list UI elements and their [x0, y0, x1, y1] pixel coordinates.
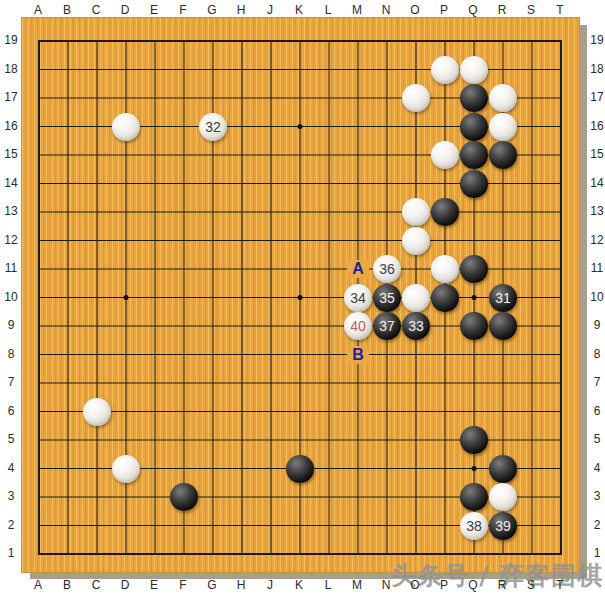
coord-left-11: 11	[5, 261, 17, 275]
coord-bottom-k: K	[295, 578, 303, 592]
coord-left-2: 2	[8, 518, 15, 532]
stone-q3-black	[460, 483, 488, 511]
stone-r4-black	[489, 455, 517, 483]
coord-right-16: 16	[590, 119, 603, 133]
move-number-39: 39	[495, 519, 511, 533]
coord-left-10: 10	[4, 290, 17, 304]
stone-q11-black	[460, 255, 488, 283]
star-point	[298, 295, 303, 300]
move-number-34: 34	[350, 291, 366, 305]
coord-left-18: 18	[4, 62, 17, 76]
coord-top-f: F	[179, 3, 186, 17]
stone-f3-black	[170, 483, 198, 511]
coord-bottom-a: A	[34, 578, 42, 592]
coord-right-9: 9	[594, 318, 601, 332]
coord-right-5: 5	[594, 432, 601, 446]
coord-left-9: 9	[8, 318, 15, 332]
stone-r2-black: 39	[489, 512, 517, 540]
coord-right-2: 2	[594, 518, 601, 532]
coord-right-19: 19	[590, 33, 603, 47]
stone-o12-white	[402, 227, 430, 255]
coord-right-18: 18	[590, 62, 603, 76]
coord-right-11: 11	[591, 261, 603, 275]
coord-top-m: M	[352, 3, 362, 17]
coord-bottom-h: H	[237, 578, 246, 592]
coord-top-b: B	[63, 3, 71, 17]
coord-left-12: 12	[4, 233, 17, 247]
coord-bottom-s: S	[527, 578, 535, 592]
coord-bottom-l: L	[325, 578, 332, 592]
coord-left-1: 1	[8, 546, 15, 560]
point-label-a: A	[347, 260, 369, 278]
stone-p15-white	[431, 141, 459, 169]
point-label-b: B	[347, 346, 369, 364]
move-number-32: 32	[205, 120, 221, 134]
coord-bottom-n: N	[382, 578, 391, 592]
coord-bottom-o: O	[410, 578, 419, 592]
coord-top-c: C	[92, 3, 101, 17]
coord-bottom-b: B	[63, 578, 71, 592]
stone-q15-black	[460, 141, 488, 169]
coord-bottom-g: G	[207, 578, 216, 592]
stone-r10-black: 31	[489, 284, 517, 312]
stone-q18-white	[460, 56, 488, 84]
coord-top-g: G	[207, 3, 216, 17]
coord-left-19: 19	[4, 33, 17, 47]
stone-r9-black	[489, 312, 517, 340]
coord-right-13: 13	[590, 204, 603, 218]
coord-left-4: 4	[8, 461, 15, 475]
coord-right-15: 15	[590, 147, 603, 161]
go-board: 32363435314037333839AB	[21, 17, 580, 573]
coord-bottom-e: E	[150, 578, 158, 592]
coord-right-8: 8	[594, 347, 601, 361]
stone-p11-white	[431, 255, 459, 283]
star-point	[124, 295, 129, 300]
coord-top-q: Q	[468, 3, 477, 17]
coord-top-a: A	[34, 3, 42, 17]
stone-p10-black	[431, 284, 459, 312]
stone-g16-white: 32	[199, 113, 227, 141]
stone-q17-black	[460, 84, 488, 112]
stone-r17-white	[489, 84, 517, 112]
coord-top-d: D	[121, 3, 130, 17]
coord-right-3: 3	[594, 489, 601, 503]
coord-left-5: 5	[8, 432, 15, 446]
coord-bottom-t: T	[556, 578, 563, 592]
coord-bottom-c: C	[92, 578, 101, 592]
stone-o13-white	[402, 198, 430, 226]
coord-left-14: 14	[4, 176, 17, 190]
coord-right-14: 14	[590, 176, 603, 190]
stone-d16-white	[112, 113, 140, 141]
stone-r16-white	[489, 113, 517, 141]
coord-bottom-d: D	[121, 578, 130, 592]
coord-left-16: 16	[4, 119, 17, 133]
coord-bottom-q: Q	[468, 578, 477, 592]
stone-n11-white: 36	[373, 255, 401, 283]
coord-top-e: E	[150, 3, 158, 17]
stone-q14-black	[460, 170, 488, 198]
stone-q16-black	[460, 113, 488, 141]
coord-top-o: O	[410, 3, 419, 17]
stone-c6-white	[83, 398, 111, 426]
coord-right-1: 1	[594, 546, 601, 560]
coord-left-8: 8	[8, 347, 15, 361]
coord-top-k: K	[295, 3, 303, 17]
stone-k4-black	[286, 455, 314, 483]
move-number-38: 38	[466, 519, 482, 533]
stone-n10-black: 35	[373, 284, 401, 312]
coord-top-l: L	[325, 3, 332, 17]
move-number-33: 33	[408, 319, 424, 333]
coord-left-3: 3	[8, 489, 15, 503]
coord-right-6: 6	[594, 404, 601, 418]
coord-top-n: N	[382, 3, 391, 17]
stone-q5-black	[460, 426, 488, 454]
coord-bottom-f: F	[179, 578, 186, 592]
coord-top-p: P	[440, 3, 448, 17]
coord-right-4: 4	[594, 461, 601, 475]
coord-left-17: 17	[4, 90, 17, 104]
coord-right-7: 7	[594, 375, 601, 389]
star-point	[472, 295, 477, 300]
star-point	[298, 124, 303, 129]
move-number-37: 37	[379, 319, 395, 333]
star-point	[472, 466, 477, 471]
stone-d4-white	[112, 455, 140, 483]
coord-top-j: J	[267, 3, 273, 17]
coord-left-6: 6	[8, 404, 15, 418]
coord-left-15: 15	[4, 147, 17, 161]
stone-o17-white	[402, 84, 430, 112]
stone-q2-white: 38	[460, 512, 488, 540]
coord-top-r: R	[498, 3, 507, 17]
go-diagram: 32363435314037333839AB 头条号 / 弈客围棋 AABBCC…	[0, 0, 605, 596]
coord-top-s: S	[527, 3, 535, 17]
stone-q9-black	[460, 312, 488, 340]
coord-left-13: 13	[4, 204, 17, 218]
stone-n9-black: 37	[373, 312, 401, 340]
stone-m9-white: 40	[344, 312, 372, 340]
move-number-36: 36	[379, 262, 395, 276]
coord-right-12: 12	[590, 233, 603, 247]
coord-bottom-p: P	[440, 578, 448, 592]
coord-left-7: 7	[8, 375, 15, 389]
stone-o10-white	[402, 284, 430, 312]
coord-right-10: 10	[590, 290, 603, 304]
stone-m10-white: 34	[344, 284, 372, 312]
stone-r3-white	[489, 483, 517, 511]
stone-r15-black	[489, 141, 517, 169]
stone-o9-black: 33	[402, 312, 430, 340]
coord-bottom-m: M	[352, 578, 362, 592]
move-number-35: 35	[379, 291, 395, 305]
coord-bottom-r: R	[498, 578, 507, 592]
coord-top-t: T	[556, 3, 563, 17]
stone-p18-white	[431, 56, 459, 84]
coord-bottom-j: J	[267, 578, 273, 592]
coord-right-17: 17	[590, 90, 603, 104]
stone-p13-black	[431, 198, 459, 226]
coord-top-h: H	[237, 3, 246, 17]
move-number-40: 40	[350, 319, 366, 333]
move-number-31: 31	[495, 291, 511, 305]
